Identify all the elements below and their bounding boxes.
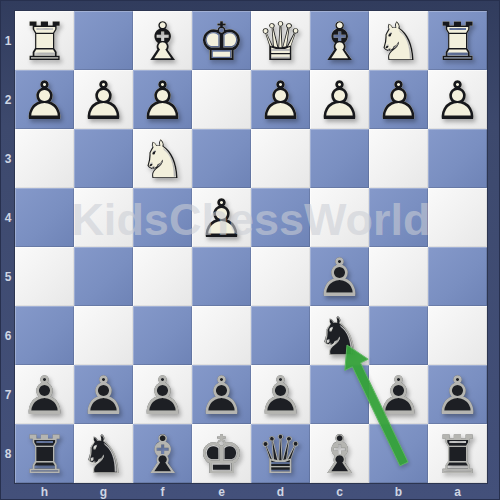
piece-outline-glyph: ♗: [133, 11, 192, 70]
piece-outline-glyph: ♘: [369, 11, 428, 70]
piece-fill-glyph: ♞: [310, 306, 369, 365]
white-pawn: ♟♙: [15, 70, 74, 129]
piece-outline-glyph: ♙: [369, 365, 428, 424]
piece-outline-glyph: ♙: [428, 70, 487, 129]
piece-fill-glyph: ♟: [15, 365, 74, 424]
square-h2[interactable]: ♟♙: [15, 70, 74, 129]
piece-fill-glyph: ♟: [15, 70, 74, 129]
rank-label-5: 5: [1, 247, 15, 306]
square-h4[interactable]: [15, 188, 74, 247]
square-d1[interactable]: ♛♕: [251, 11, 310, 70]
piece-fill-glyph: ♟: [369, 365, 428, 424]
black-pawn: ♟♙: [74, 365, 133, 424]
square-d6[interactable]: [251, 306, 310, 365]
piece-outline-glyph: ♙: [310, 70, 369, 129]
square-e7[interactable]: ♟♙: [192, 365, 251, 424]
rank-label-6: 6: [1, 306, 15, 365]
piece-outline-glyph: ♙: [74, 70, 133, 129]
square-h1[interactable]: ♜♖: [15, 11, 74, 70]
piece-outline-glyph: ♗: [310, 11, 369, 70]
square-g7[interactable]: ♟♙: [74, 365, 133, 424]
square-e1[interactable]: ♚♔: [192, 11, 251, 70]
black-knight: ♞♘: [74, 424, 133, 483]
square-c6[interactable]: ♞♘: [310, 306, 369, 365]
file-label-c: c: [310, 482, 369, 500]
black-pawn: ♟♙: [133, 365, 192, 424]
chess-board: ♜♖♝♗♚♔♛♕♝♗♞♘♜♖♟♙♟♙♟♙♟♙♟♙♟♙♟♙♞♘♟♙♟♙♞♘♟♙♟♙…: [15, 11, 487, 483]
square-b3[interactable]: [369, 129, 428, 188]
white-pawn: ♟♙: [369, 70, 428, 129]
piece-outline-glyph: ♙: [192, 188, 251, 247]
square-a6[interactable]: [428, 306, 487, 365]
file-label-f: f: [133, 482, 192, 500]
rank-labels: 12345678: [1, 11, 15, 483]
piece-fill-glyph: ♟: [192, 188, 251, 247]
piece-fill-glyph: ♛: [251, 424, 310, 483]
piece-fill-glyph: ♟: [74, 365, 133, 424]
square-b6[interactable]: [369, 306, 428, 365]
rank-label-7: 7: [1, 365, 15, 424]
piece-fill-glyph: ♝: [133, 424, 192, 483]
square-a4[interactable]: [428, 188, 487, 247]
square-c1[interactable]: ♝♗: [310, 11, 369, 70]
black-queen: ♛♕: [251, 424, 310, 483]
square-b7[interactable]: ♟♙: [369, 365, 428, 424]
piece-fill-glyph: ♝: [310, 11, 369, 70]
square-a5[interactable]: [428, 247, 487, 306]
piece-outline-glyph: ♗: [133, 424, 192, 483]
square-b4[interactable]: [369, 188, 428, 247]
square-g2[interactable]: ♟♙: [74, 70, 133, 129]
square-h7[interactable]: ♟♙: [15, 365, 74, 424]
square-a3[interactable]: [428, 129, 487, 188]
square-d5[interactable]: [251, 247, 310, 306]
square-a7[interactable]: ♟♙: [428, 365, 487, 424]
square-a8[interactable]: ♜♖: [428, 424, 487, 483]
white-pawn: ♟♙: [133, 70, 192, 129]
black-knight: ♞♘: [310, 306, 369, 365]
square-f5[interactable]: [133, 247, 192, 306]
square-d8[interactable]: ♛♕: [251, 424, 310, 483]
square-e8[interactable]: ♚♔: [192, 424, 251, 483]
rank-label-8: 8: [1, 424, 15, 483]
piece-fill-glyph: ♝: [310, 424, 369, 483]
piece-fill-glyph: ♜: [428, 424, 487, 483]
piece-fill-glyph: ♛: [251, 11, 310, 70]
square-a1[interactable]: ♜♖: [428, 11, 487, 70]
white-king: ♚♔: [192, 11, 251, 70]
file-label-e: e: [192, 482, 251, 500]
piece-outline-glyph: ♘: [74, 424, 133, 483]
piece-fill-glyph: ♟: [74, 70, 133, 129]
piece-outline-glyph: ♙: [15, 365, 74, 424]
piece-outline-glyph: ♙: [251, 365, 310, 424]
file-label-h: h: [15, 482, 74, 500]
white-pawn: ♟♙: [192, 188, 251, 247]
piece-fill-glyph: ♟: [428, 365, 487, 424]
square-d3[interactable]: [251, 129, 310, 188]
square-g6[interactable]: [74, 306, 133, 365]
file-label-g: g: [74, 482, 133, 500]
rank-label-4: 4: [1, 188, 15, 247]
square-g4[interactable]: [74, 188, 133, 247]
square-f4[interactable]: [133, 188, 192, 247]
piece-outline-glyph: ♙: [15, 70, 74, 129]
piece-outline-glyph: ♗: [310, 424, 369, 483]
piece-fill-glyph: ♜: [428, 11, 487, 70]
square-g3[interactable]: [74, 129, 133, 188]
square-e4[interactable]: ♟♙: [192, 188, 251, 247]
piece-outline-glyph: ♖: [15, 424, 74, 483]
black-pawn: ♟♙: [310, 247, 369, 306]
square-c5[interactable]: ♟♙: [310, 247, 369, 306]
piece-fill-glyph: ♟: [192, 365, 251, 424]
piece-outline-glyph: ♖: [428, 424, 487, 483]
piece-fill-glyph: ♟: [310, 247, 369, 306]
square-h5[interactable]: [15, 247, 74, 306]
square-b8[interactable]: [369, 424, 428, 483]
white-pawn: ♟♙: [251, 70, 310, 129]
piece-fill-glyph: ♞: [133, 129, 192, 188]
piece-fill-glyph: ♟: [133, 70, 192, 129]
square-d4[interactable]: [251, 188, 310, 247]
piece-fill-glyph: ♜: [15, 11, 74, 70]
rank-label-2: 2: [1, 70, 15, 129]
square-g1[interactable]: [74, 11, 133, 70]
white-rook: ♜♖: [15, 11, 74, 70]
square-f8[interactable]: ♝♗: [133, 424, 192, 483]
white-pawn: ♟♙: [310, 70, 369, 129]
square-f3[interactable]: ♞♘: [133, 129, 192, 188]
piece-fill-glyph: ♚: [192, 424, 251, 483]
square-a2[interactable]: ♟♙: [428, 70, 487, 129]
piece-outline-glyph: ♖: [15, 11, 74, 70]
board-frame: 12345678 ♜♖♝♗♚♔♛♕♝♗♞♘♜♖♟♙♟♙♟♙♟♙♟♙♟♙♟♙♞♘♟…: [0, 0, 500, 500]
square-d7[interactable]: ♟♙: [251, 365, 310, 424]
white-pawn: ♟♙: [428, 70, 487, 129]
piece-outline-glyph: ♔: [192, 424, 251, 483]
square-f1[interactable]: ♝♗: [133, 11, 192, 70]
file-labels: hgfedcba: [15, 482, 487, 500]
piece-outline-glyph: ♕: [251, 424, 310, 483]
square-g5[interactable]: [74, 247, 133, 306]
black-pawn: ♟♙: [192, 365, 251, 424]
file-label-d: d: [251, 482, 310, 500]
file-label-b: b: [369, 482, 428, 500]
square-c3[interactable]: [310, 129, 369, 188]
square-e6[interactable]: [192, 306, 251, 365]
square-d2[interactable]: ♟♙: [251, 70, 310, 129]
white-pawn: ♟♙: [74, 70, 133, 129]
piece-fill-glyph: ♞: [74, 424, 133, 483]
black-rook: ♜♖: [428, 424, 487, 483]
piece-outline-glyph: ♙: [133, 365, 192, 424]
piece-outline-glyph: ♙: [369, 70, 428, 129]
square-g8[interactable]: ♞♘: [74, 424, 133, 483]
piece-fill-glyph: ♟: [133, 365, 192, 424]
white-bishop: ♝♗: [310, 11, 369, 70]
piece-outline-glyph: ♔: [192, 11, 251, 70]
piece-outline-glyph: ♖: [428, 11, 487, 70]
white-rook: ♜♖: [428, 11, 487, 70]
square-e2[interactable]: [192, 70, 251, 129]
piece-outline-glyph: ♙: [310, 247, 369, 306]
piece-outline-glyph: ♙: [74, 365, 133, 424]
black-pawn: ♟♙: [15, 365, 74, 424]
square-b5[interactable]: [369, 247, 428, 306]
black-pawn: ♟♙: [369, 365, 428, 424]
piece-fill-glyph: ♚: [192, 11, 251, 70]
rank-label-3: 3: [1, 129, 15, 188]
square-c8[interactable]: ♝♗: [310, 424, 369, 483]
black-rook: ♜♖: [15, 424, 74, 483]
black-pawn: ♟♙: [251, 365, 310, 424]
black-king: ♚♔: [192, 424, 251, 483]
square-e3[interactable]: [192, 129, 251, 188]
black-pawn: ♟♙: [428, 365, 487, 424]
piece-outline-glyph: ♘: [133, 129, 192, 188]
piece-outline-glyph: ♘: [310, 306, 369, 365]
square-c7[interactable]: [310, 365, 369, 424]
square-h8[interactable]: ♜♖: [15, 424, 74, 483]
piece-outline-glyph: ♙: [251, 70, 310, 129]
square-e5[interactable]: [192, 247, 251, 306]
square-f7[interactable]: ♟♙: [133, 365, 192, 424]
square-c4[interactable]: [310, 188, 369, 247]
piece-outline-glyph: ♙: [133, 70, 192, 129]
piece-fill-glyph: ♟: [428, 70, 487, 129]
piece-fill-glyph: ♝: [133, 11, 192, 70]
piece-fill-glyph: ♜: [15, 424, 74, 483]
white-bishop: ♝♗: [133, 11, 192, 70]
piece-outline-glyph: ♙: [428, 365, 487, 424]
black-bishop: ♝♗: [133, 424, 192, 483]
square-b1[interactable]: ♞♘: [369, 11, 428, 70]
rank-label-1: 1: [1, 11, 15, 70]
white-queen: ♛♕: [251, 11, 310, 70]
black-bishop: ♝♗: [310, 424, 369, 483]
piece-outline-glyph: ♕: [251, 11, 310, 70]
white-knight: ♞♘: [369, 11, 428, 70]
square-b2[interactable]: ♟♙: [369, 70, 428, 129]
piece-outline-glyph: ♙: [192, 365, 251, 424]
piece-fill-glyph: ♞: [369, 11, 428, 70]
white-knight: ♞♘: [133, 129, 192, 188]
piece-fill-glyph: ♟: [251, 70, 310, 129]
piece-fill-glyph: ♟: [251, 365, 310, 424]
square-h6[interactable]: [15, 306, 74, 365]
piece-fill-glyph: ♟: [369, 70, 428, 129]
file-label-a: a: [428, 482, 487, 500]
square-f6[interactable]: [133, 306, 192, 365]
square-f2[interactable]: ♟♙: [133, 70, 192, 129]
square-c2[interactable]: ♟♙: [310, 70, 369, 129]
square-h3[interactable]: [15, 129, 74, 188]
piece-fill-glyph: ♟: [310, 70, 369, 129]
